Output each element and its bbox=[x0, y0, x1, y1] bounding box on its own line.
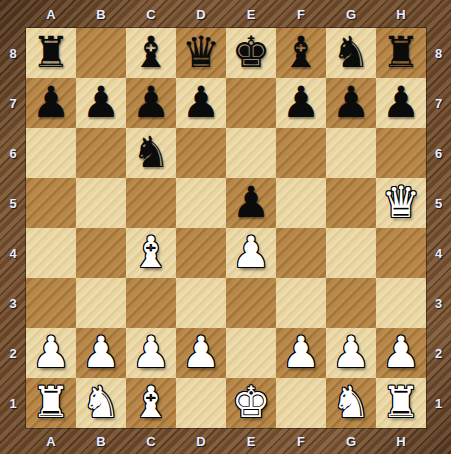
piece-white-pawn[interactable]: ♟ bbox=[132, 327, 171, 377]
piece-black-king[interactable]: ♚ bbox=[232, 27, 271, 77]
file-labels-bottom: ABCDEFGH bbox=[26, 428, 426, 454]
piece-white-knight[interactable]: ♞ bbox=[82, 377, 121, 427]
square-d7[interactable]: ♟ bbox=[176, 78, 226, 128]
square-e1[interactable]: ♚ bbox=[226, 378, 276, 428]
square-g1[interactable]: ♞ bbox=[326, 378, 376, 428]
piece-white-rook[interactable]: ♜ bbox=[382, 377, 421, 427]
piece-white-king[interactable]: ♚ bbox=[232, 377, 271, 427]
square-b4[interactable] bbox=[76, 228, 126, 278]
rank-label-3-right: 3 bbox=[426, 278, 451, 328]
piece-black-rook[interactable]: ♜ bbox=[382, 27, 421, 77]
square-c6[interactable]: ♞ bbox=[126, 128, 176, 178]
square-e6[interactable] bbox=[226, 128, 276, 178]
square-e7[interactable] bbox=[226, 78, 276, 128]
chess-board-frame: ABCDEFGH 87654321 ♜♝♛♚♝♞♜♟♟♟♟♟♟♟♞♟♛♝♟♟♟♟… bbox=[0, 0, 451, 454]
square-a7[interactable]: ♟ bbox=[26, 78, 76, 128]
square-g2[interactable]: ♟ bbox=[326, 328, 376, 378]
piece-black-rook[interactable]: ♜ bbox=[32, 27, 71, 77]
file-labels-top: ABCDEFGH bbox=[26, 0, 426, 28]
square-a2[interactable]: ♟ bbox=[26, 328, 76, 378]
chess-board: ♜♝♛♚♝♞♜♟♟♟♟♟♟♟♞♟♛♝♟♟♟♟♟♟♟♟♜♞♝♚♞♜ bbox=[26, 28, 426, 428]
piece-white-pawn[interactable]: ♟ bbox=[282, 327, 321, 377]
square-f5[interactable] bbox=[276, 178, 326, 228]
rank-label-5-left: 5 bbox=[0, 178, 26, 228]
square-g7[interactable]: ♟ bbox=[326, 78, 376, 128]
square-f7[interactable]: ♟ bbox=[276, 78, 326, 128]
square-d2[interactable]: ♟ bbox=[176, 328, 226, 378]
square-h7[interactable]: ♟ bbox=[376, 78, 426, 128]
piece-black-pawn[interactable]: ♟ bbox=[132, 77, 171, 127]
square-b8[interactable] bbox=[76, 28, 126, 78]
square-c3[interactable] bbox=[126, 278, 176, 328]
piece-black-knight[interactable]: ♞ bbox=[332, 27, 371, 77]
square-g6[interactable] bbox=[326, 128, 376, 178]
square-a6[interactable] bbox=[26, 128, 76, 178]
piece-black-pawn[interactable]: ♟ bbox=[182, 77, 221, 127]
file-label-e-top: E bbox=[226, 0, 276, 28]
piece-white-pawn[interactable]: ♟ bbox=[232, 227, 271, 277]
file-label-c-top: C bbox=[126, 0, 176, 28]
file-label-f-top: F bbox=[276, 0, 326, 28]
square-c7[interactable]: ♟ bbox=[126, 78, 176, 128]
square-c5[interactable] bbox=[126, 178, 176, 228]
piece-black-pawn[interactable]: ♟ bbox=[232, 177, 271, 227]
piece-white-pawn[interactable]: ♟ bbox=[332, 327, 371, 377]
square-a8[interactable]: ♜ bbox=[26, 28, 76, 78]
square-a1[interactable]: ♜ bbox=[26, 378, 76, 428]
file-label-g-bottom: G bbox=[326, 428, 376, 454]
square-c8[interactable]: ♝ bbox=[126, 28, 176, 78]
square-b7[interactable]: ♟ bbox=[76, 78, 126, 128]
square-h8[interactable]: ♜ bbox=[376, 28, 426, 78]
piece-black-knight[interactable]: ♞ bbox=[132, 127, 171, 177]
file-label-e-bottom: E bbox=[226, 428, 276, 454]
piece-black-bishop[interactable]: ♝ bbox=[282, 27, 321, 77]
square-g5[interactable] bbox=[326, 178, 376, 228]
square-g3[interactable] bbox=[326, 278, 376, 328]
rank-label-7-right: 7 bbox=[426, 78, 451, 128]
square-e2[interactable] bbox=[226, 328, 276, 378]
square-e5[interactable]: ♟ bbox=[226, 178, 276, 228]
square-g4[interactable] bbox=[326, 228, 376, 278]
square-e3[interactable] bbox=[226, 278, 276, 328]
piece-white-pawn[interactable]: ♟ bbox=[82, 327, 121, 377]
square-d3[interactable] bbox=[176, 278, 226, 328]
square-f1[interactable] bbox=[276, 378, 326, 428]
rank-label-7-left: 7 bbox=[0, 78, 26, 128]
piece-white-bishop[interactable]: ♝ bbox=[132, 227, 171, 277]
square-h5[interactable]: ♛ bbox=[376, 178, 426, 228]
rank-label-2-right: 2 bbox=[426, 328, 451, 378]
square-f6[interactable] bbox=[276, 128, 326, 178]
rank-label-1-right: 1 bbox=[426, 378, 451, 428]
piece-black-pawn[interactable]: ♟ bbox=[32, 77, 71, 127]
piece-black-pawn[interactable]: ♟ bbox=[382, 77, 421, 127]
square-e8[interactable]: ♚ bbox=[226, 28, 276, 78]
square-h2[interactable]: ♟ bbox=[376, 328, 426, 378]
square-c4[interactable]: ♝ bbox=[126, 228, 176, 278]
square-d6[interactable] bbox=[176, 128, 226, 178]
square-b3[interactable] bbox=[76, 278, 126, 328]
square-e4[interactable]: ♟ bbox=[226, 228, 276, 278]
square-c1[interactable]: ♝ bbox=[126, 378, 176, 428]
file-label-b-bottom: B bbox=[76, 428, 126, 454]
rank-label-2-left: 2 bbox=[0, 328, 26, 378]
square-f2[interactable]: ♟ bbox=[276, 328, 326, 378]
file-label-c-bottom: C bbox=[126, 428, 176, 454]
square-f8[interactable]: ♝ bbox=[276, 28, 326, 78]
rank-label-3-left: 3 bbox=[0, 278, 26, 328]
piece-black-pawn[interactable]: ♟ bbox=[82, 77, 121, 127]
rank-label-4-left: 4 bbox=[0, 228, 26, 278]
file-label-a-top: A bbox=[26, 0, 76, 28]
file-label-h-bottom: H bbox=[376, 428, 426, 454]
square-f3[interactable] bbox=[276, 278, 326, 328]
square-h6[interactable] bbox=[376, 128, 426, 178]
file-label-g-top: G bbox=[326, 0, 376, 28]
square-b2[interactable]: ♟ bbox=[76, 328, 126, 378]
piece-white-knight[interactable]: ♞ bbox=[332, 377, 371, 427]
square-b6[interactable] bbox=[76, 128, 126, 178]
piece-white-queen[interactable]: ♛ bbox=[382, 177, 421, 227]
square-d5[interactable] bbox=[176, 178, 226, 228]
file-label-f-bottom: F bbox=[276, 428, 326, 454]
rank-label-6-left: 6 bbox=[0, 128, 26, 178]
file-label-h-top: H bbox=[376, 0, 426, 28]
rank-label-4-right: 4 bbox=[426, 228, 451, 278]
square-b5[interactable] bbox=[76, 178, 126, 228]
rank-labels-right: 87654321 bbox=[426, 28, 451, 428]
rank-label-8-left: 8 bbox=[0, 28, 26, 78]
piece-white-bishop[interactable]: ♝ bbox=[132, 377, 171, 427]
piece-white-rook[interactable]: ♜ bbox=[32, 377, 71, 427]
square-d1[interactable] bbox=[176, 378, 226, 428]
rank-labels-left: 87654321 bbox=[0, 28, 26, 428]
square-g8[interactable]: ♞ bbox=[326, 28, 376, 78]
square-h4[interactable] bbox=[376, 228, 426, 278]
square-h3[interactable] bbox=[376, 278, 426, 328]
file-label-d-top: D bbox=[176, 0, 226, 28]
file-label-b-top: B bbox=[76, 0, 126, 28]
rank-label-6-right: 6 bbox=[426, 128, 451, 178]
square-f4[interactable] bbox=[276, 228, 326, 278]
square-a5[interactable] bbox=[26, 178, 76, 228]
piece-white-pawn[interactable]: ♟ bbox=[182, 327, 221, 377]
file-label-a-bottom: A bbox=[26, 428, 76, 454]
rank-label-8-right: 8 bbox=[426, 28, 451, 78]
square-a3[interactable] bbox=[26, 278, 76, 328]
square-c2[interactable]: ♟ bbox=[126, 328, 176, 378]
piece-black-bishop[interactable]: ♝ bbox=[132, 27, 171, 77]
piece-black-queen[interactable]: ♛ bbox=[182, 27, 221, 77]
square-h1[interactable]: ♜ bbox=[376, 378, 426, 428]
square-d4[interactable] bbox=[176, 228, 226, 278]
file-label-d-bottom: D bbox=[176, 428, 226, 454]
piece-black-pawn[interactable]: ♟ bbox=[332, 77, 371, 127]
square-d8[interactable]: ♛ bbox=[176, 28, 226, 78]
square-a4[interactable] bbox=[26, 228, 76, 278]
piece-black-pawn[interactable]: ♟ bbox=[282, 77, 321, 127]
piece-white-pawn[interactable]: ♟ bbox=[32, 327, 71, 377]
square-b1[interactable]: ♞ bbox=[76, 378, 126, 428]
piece-white-pawn[interactable]: ♟ bbox=[382, 327, 421, 377]
rank-label-5-right: 5 bbox=[426, 178, 451, 228]
rank-label-1-left: 1 bbox=[0, 378, 26, 428]
